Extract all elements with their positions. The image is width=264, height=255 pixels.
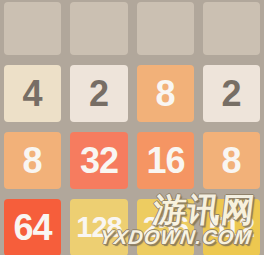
tile-8-r2c3: 8	[137, 65, 194, 122]
tile-512-r4c4: 512	[203, 199, 260, 255]
empty-cell-r1c4	[203, 2, 260, 55]
empty-cell-r1c2	[70, 2, 128, 55]
tile-2-r2c4: 2	[203, 65, 260, 122]
tile-256-r4c3: 256	[137, 199, 194, 255]
tile-32-r3c2: 32	[70, 132, 128, 189]
empty-cell-r1c1	[4, 2, 61, 55]
tile-4-r2c1: 4	[4, 65, 61, 122]
tile-2-r2c2: 2	[70, 65, 128, 122]
tile-64-r4c1: 64	[4, 199, 61, 255]
tile-128-r4c2: 128	[70, 199, 128, 255]
tile-8-r3c1: 8	[4, 132, 61, 189]
empty-cell-r1c3	[137, 2, 194, 55]
tile-16-r3c3: 16	[137, 132, 194, 189]
tile-8-r3c4: 8	[203, 132, 260, 189]
tile-grid: 428283216864128256512	[4, 2, 260, 255]
2048-board[interactable]: 428283216864128256512 游讯网 YXDOWN.COM	[0, 0, 264, 255]
